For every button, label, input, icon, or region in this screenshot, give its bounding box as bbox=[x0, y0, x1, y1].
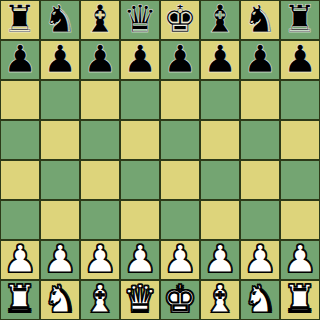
square-c8[interactable]: ♝ bbox=[80, 0, 120, 40]
square-a6[interactable] bbox=[0, 80, 40, 120]
square-h6[interactable] bbox=[280, 80, 320, 120]
square-f3[interactable] bbox=[200, 200, 240, 240]
square-a8[interactable]: ♜ bbox=[0, 0, 40, 40]
piece-black-pawn[interactable]: ♟ bbox=[240, 40, 280, 80]
piece-black-pawn[interactable]: ♟ bbox=[200, 40, 240, 80]
piece-black-pawn[interactable]: ♟ bbox=[40, 40, 80, 80]
square-g7[interactable]: ♟ bbox=[240, 40, 280, 80]
square-d3[interactable] bbox=[120, 200, 160, 240]
piece-white-knight[interactable]: ♞ bbox=[40, 280, 80, 320]
piece-black-queen[interactable]: ♛ bbox=[120, 0, 160, 40]
square-d5[interactable] bbox=[120, 120, 160, 160]
square-b3[interactable] bbox=[40, 200, 80, 240]
square-c6[interactable] bbox=[80, 80, 120, 120]
square-h1[interactable]: ♜ bbox=[280, 280, 320, 320]
square-g6[interactable] bbox=[240, 80, 280, 120]
piece-black-pawn[interactable]: ♟ bbox=[0, 40, 40, 80]
square-e7[interactable]: ♟ bbox=[160, 40, 200, 80]
square-e6[interactable] bbox=[160, 80, 200, 120]
square-a5[interactable] bbox=[0, 120, 40, 160]
piece-black-pawn[interactable]: ♟ bbox=[160, 40, 200, 80]
square-d7[interactable]: ♟ bbox=[120, 40, 160, 80]
square-e8[interactable]: ♚ bbox=[160, 0, 200, 40]
square-f5[interactable] bbox=[200, 120, 240, 160]
piece-black-rook[interactable]: ♜ bbox=[280, 0, 320, 40]
piece-white-bishop[interactable]: ♝ bbox=[200, 280, 240, 320]
square-b1[interactable]: ♞ bbox=[40, 280, 80, 320]
square-g1[interactable]: ♞ bbox=[240, 280, 280, 320]
square-f7[interactable]: ♟ bbox=[200, 40, 240, 80]
piece-white-pawn[interactable]: ♟ bbox=[40, 240, 80, 280]
piece-black-pawn[interactable]: ♟ bbox=[280, 40, 320, 80]
square-f4[interactable] bbox=[200, 160, 240, 200]
piece-black-pawn[interactable]: ♟ bbox=[80, 40, 120, 80]
square-g5[interactable] bbox=[240, 120, 280, 160]
square-a7[interactable]: ♟ bbox=[0, 40, 40, 80]
square-g8[interactable]: ♞ bbox=[240, 0, 280, 40]
piece-white-rook[interactable]: ♜ bbox=[0, 280, 40, 320]
square-f6[interactable] bbox=[200, 80, 240, 120]
square-a2[interactable]: ♟ bbox=[0, 240, 40, 280]
piece-black-knight[interactable]: ♞ bbox=[240, 0, 280, 40]
piece-white-rook[interactable]: ♜ bbox=[280, 280, 320, 320]
square-b8[interactable]: ♞ bbox=[40, 0, 80, 40]
square-b6[interactable] bbox=[40, 80, 80, 120]
square-h8[interactable]: ♜ bbox=[280, 0, 320, 40]
square-c1[interactable]: ♝ bbox=[80, 280, 120, 320]
square-c3[interactable] bbox=[80, 200, 120, 240]
square-d2[interactable]: ♟ bbox=[120, 240, 160, 280]
piece-white-pawn[interactable]: ♟ bbox=[280, 240, 320, 280]
square-c2[interactable]: ♟ bbox=[80, 240, 120, 280]
square-g2[interactable]: ♟ bbox=[240, 240, 280, 280]
piece-black-rook[interactable]: ♜ bbox=[0, 0, 40, 40]
square-h7[interactable]: ♟ bbox=[280, 40, 320, 80]
square-h4[interactable] bbox=[280, 160, 320, 200]
piece-white-pawn[interactable]: ♟ bbox=[160, 240, 200, 280]
square-g4[interactable] bbox=[240, 160, 280, 200]
square-b5[interactable] bbox=[40, 120, 80, 160]
square-d1[interactable]: ♛ bbox=[120, 280, 160, 320]
square-e1[interactable]: ♚ bbox=[160, 280, 200, 320]
square-c5[interactable] bbox=[80, 120, 120, 160]
piece-white-pawn[interactable]: ♟ bbox=[80, 240, 120, 280]
piece-white-bishop[interactable]: ♝ bbox=[80, 280, 120, 320]
square-b7[interactable]: ♟ bbox=[40, 40, 80, 80]
square-g3[interactable] bbox=[240, 200, 280, 240]
square-f1[interactable]: ♝ bbox=[200, 280, 240, 320]
square-e3[interactable] bbox=[160, 200, 200, 240]
square-e2[interactable]: ♟ bbox=[160, 240, 200, 280]
piece-black-king[interactable]: ♚ bbox=[160, 0, 200, 40]
square-c7[interactable]: ♟ bbox=[80, 40, 120, 80]
square-b2[interactable]: ♟ bbox=[40, 240, 80, 280]
square-f2[interactable]: ♟ bbox=[200, 240, 240, 280]
square-d4[interactable] bbox=[120, 160, 160, 200]
piece-white-pawn[interactable]: ♟ bbox=[200, 240, 240, 280]
square-a3[interactable] bbox=[0, 200, 40, 240]
square-f8[interactable]: ♝ bbox=[200, 0, 240, 40]
piece-white-pawn[interactable]: ♟ bbox=[120, 240, 160, 280]
square-a1[interactable]: ♜ bbox=[0, 280, 40, 320]
piece-white-pawn[interactable]: ♟ bbox=[0, 240, 40, 280]
piece-white-pawn[interactable]: ♟ bbox=[240, 240, 280, 280]
square-h5[interactable] bbox=[280, 120, 320, 160]
piece-white-queen[interactable]: ♛ bbox=[120, 280, 160, 320]
piece-black-pawn[interactable]: ♟ bbox=[120, 40, 160, 80]
piece-white-king[interactable]: ♚ bbox=[160, 280, 200, 320]
square-e4[interactable] bbox=[160, 160, 200, 200]
square-h3[interactable] bbox=[280, 200, 320, 240]
square-b4[interactable] bbox=[40, 160, 80, 200]
square-a4[interactable] bbox=[0, 160, 40, 200]
piece-white-knight[interactable]: ♞ bbox=[240, 280, 280, 320]
square-c4[interactable] bbox=[80, 160, 120, 200]
square-e5[interactable] bbox=[160, 120, 200, 160]
piece-black-bishop[interactable]: ♝ bbox=[80, 0, 120, 40]
square-h2[interactable]: ♟ bbox=[280, 240, 320, 280]
piece-black-knight[interactable]: ♞ bbox=[40, 0, 80, 40]
square-d8[interactable]: ♛ bbox=[120, 0, 160, 40]
piece-black-bishop[interactable]: ♝ bbox=[200, 0, 240, 40]
chess-board: ♜♞♝♛♚♝♞♜♟♟♟♟♟♟♟♟♟♟♟♟♟♟♟♟♜♞♝♛♚♝♞♜ bbox=[0, 0, 320, 320]
square-d6[interactable] bbox=[120, 80, 160, 120]
